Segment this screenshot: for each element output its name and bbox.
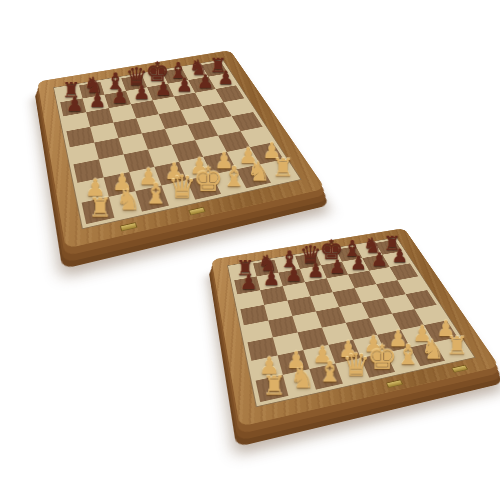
piece-white-rook-h1[interactable]: ♜: [269, 142, 297, 180]
chess-board-1: ♜♞♝♛♚♝♞♜♟♟♟♟♟♟♟♟♟♟♟♟♟♟♟♟♜♞♝♛♚♝♞♜: [38, 50, 326, 248]
brass-hinge: [189, 207, 206, 216]
piece-white-rook-h1[interactable]: ♜: [443, 320, 471, 358]
piece-white-king-e1[interactable]: ♚: [368, 336, 397, 375]
piece-white-knight-g1[interactable]: ♞: [418, 325, 447, 363]
piece-white-bishop-c1[interactable]: ♝: [141, 169, 171, 209]
piece-white-queen-d1[interactable]: ♛: [167, 163, 197, 202]
product-photo: ♜♞♝♛♚♝♞♜♟♟♟♟♟♟♟♟♟♟♟♟♟♟♟♟♜♞♝♛♚♝♞♜ ♜♞♝♛♚♝♞…: [0, 0, 500, 500]
piece-white-knight-g1[interactable]: ♞: [244, 147, 273, 185]
piece-white-bishop-c1[interactable]: ♝: [315, 347, 345, 387]
brass-hinge: [385, 380, 402, 389]
square-a5[interactable]: [240, 305, 268, 325]
piece-white-knight-b1[interactable]: ♞: [113, 174, 143, 214]
chess-board-2: ♜♞♝♛♚♝♞♜♟♟♟♟♟♟♟♟♟♟♟♟♟♟♟♟♜♞♝♛♚♝♞♜: [212, 228, 500, 426]
brass-hinge: [452, 365, 469, 373]
square-a5[interactable]: [66, 127, 94, 147]
brass-hinge: [120, 222, 138, 231]
piece-white-king-e1[interactable]: ♚: [194, 158, 223, 197]
piece-white-knight-b1[interactable]: ♞: [287, 352, 317, 392]
piece-white-rook-a1[interactable]: ♜: [85, 180, 116, 221]
piece-white-queen-d1[interactable]: ♛: [341, 341, 371, 380]
piece-white-rook-a1[interactable]: ♜: [259, 358, 290, 399]
